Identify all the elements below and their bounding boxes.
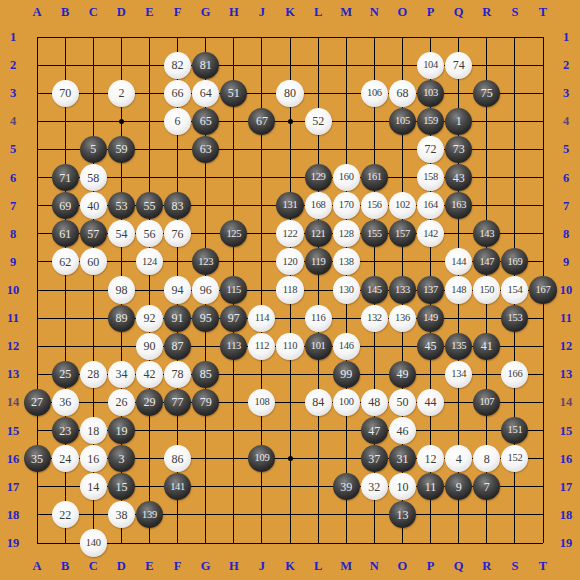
intersection-D16[interactable]: 3 bbox=[107, 445, 135, 473]
coord-bottom-B[interactable]: B bbox=[61, 559, 69, 574]
intersection-H6[interactable] bbox=[220, 164, 248, 192]
intersection-F15[interactable] bbox=[164, 417, 192, 445]
intersection-C9[interactable]: 60 bbox=[79, 248, 107, 276]
intersection-B3[interactable]: 70 bbox=[51, 79, 79, 107]
intersection-E16[interactable] bbox=[135, 445, 163, 473]
coord-left-1[interactable]: 1 bbox=[10, 30, 16, 45]
coord-right-1[interactable]: 1 bbox=[563, 30, 569, 45]
intersection-R1[interactable] bbox=[473, 23, 501, 51]
intersection-F4[interactable]: 6 bbox=[164, 107, 192, 135]
intersection-O7[interactable]: 102 bbox=[388, 192, 416, 220]
intersection-R6[interactable] bbox=[473, 164, 501, 192]
intersection-D12[interactable] bbox=[107, 332, 135, 360]
intersection-F10[interactable]: 94 bbox=[164, 276, 192, 304]
coord-left-6[interactable]: 6 bbox=[10, 170, 16, 185]
intersection-J14[interactable]: 108 bbox=[248, 388, 276, 416]
intersection-H18[interactable] bbox=[220, 501, 248, 529]
intersection-N6[interactable]: 161 bbox=[360, 164, 388, 192]
intersection-L6[interactable]: 129 bbox=[304, 164, 332, 192]
intersection-K3[interactable]: 80 bbox=[276, 79, 304, 107]
intersection-C16[interactable]: 16 bbox=[79, 445, 107, 473]
intersection-T15[interactable] bbox=[529, 417, 557, 445]
intersection-K16[interactable] bbox=[276, 445, 304, 473]
intersection-A6[interactable] bbox=[23, 164, 51, 192]
intersection-B2[interactable] bbox=[51, 51, 79, 79]
intersection-S9[interactable]: 169 bbox=[501, 248, 529, 276]
intersection-E15[interactable] bbox=[135, 417, 163, 445]
intersection-S2[interactable] bbox=[501, 51, 529, 79]
coord-top-L[interactable]: L bbox=[314, 5, 322, 20]
coord-right-16[interactable]: 16 bbox=[560, 451, 573, 466]
intersection-R17[interactable]: 7 bbox=[473, 473, 501, 501]
intersection-L18[interactable] bbox=[304, 501, 332, 529]
intersection-D10[interactable]: 98 bbox=[107, 276, 135, 304]
intersection-C17[interactable]: 14 bbox=[79, 473, 107, 501]
intersection-C6[interactable]: 58 bbox=[79, 164, 107, 192]
intersection-H9[interactable] bbox=[220, 248, 248, 276]
intersection-A18[interactable] bbox=[23, 501, 51, 529]
intersection-P4[interactable]: 159 bbox=[417, 107, 445, 135]
intersection-R10[interactable]: 150 bbox=[473, 276, 501, 304]
intersection-S3[interactable] bbox=[501, 79, 529, 107]
intersection-N10[interactable]: 145 bbox=[360, 276, 388, 304]
intersection-A9[interactable] bbox=[23, 248, 51, 276]
intersection-T8[interactable] bbox=[529, 220, 557, 248]
intersection-N2[interactable] bbox=[360, 51, 388, 79]
intersection-J8[interactable] bbox=[248, 220, 276, 248]
coord-left-15[interactable]: 15 bbox=[7, 423, 20, 438]
intersection-S14[interactable] bbox=[501, 388, 529, 416]
intersection-S13[interactable]: 166 bbox=[501, 360, 529, 388]
intersection-T18[interactable] bbox=[529, 501, 557, 529]
intersection-S17[interactable] bbox=[501, 473, 529, 501]
intersection-P1[interactable] bbox=[417, 23, 445, 51]
intersection-E11[interactable]: 92 bbox=[135, 304, 163, 332]
intersection-M19[interactable] bbox=[332, 529, 360, 557]
intersection-L16[interactable] bbox=[304, 445, 332, 473]
intersection-M12[interactable]: 146 bbox=[332, 332, 360, 360]
coord-right-5[interactable]: 5 bbox=[563, 142, 569, 157]
intersection-K9[interactable]: 120 bbox=[276, 248, 304, 276]
intersection-N19[interactable] bbox=[360, 529, 388, 557]
intersection-D14[interactable]: 26 bbox=[107, 388, 135, 416]
coord-top-M[interactable]: M bbox=[340, 5, 352, 20]
intersection-E5[interactable] bbox=[135, 135, 163, 163]
intersection-P7[interactable]: 164 bbox=[417, 192, 445, 220]
intersection-L7[interactable]: 168 bbox=[304, 192, 332, 220]
intersection-O4[interactable]: 105 bbox=[388, 107, 416, 135]
intersection-M11[interactable] bbox=[332, 304, 360, 332]
intersection-P6[interactable]: 158 bbox=[417, 164, 445, 192]
intersection-C15[interactable]: 18 bbox=[79, 417, 107, 445]
intersection-J2[interactable] bbox=[248, 51, 276, 79]
intersection-Q13[interactable]: 134 bbox=[445, 360, 473, 388]
coord-bottom-D[interactable]: D bbox=[117, 559, 126, 574]
intersection-F13[interactable]: 78 bbox=[164, 360, 192, 388]
intersection-L14[interactable]: 84 bbox=[304, 388, 332, 416]
intersection-J16[interactable]: 109 bbox=[248, 445, 276, 473]
intersection-O19[interactable] bbox=[388, 529, 416, 557]
intersection-P11[interactable]: 149 bbox=[417, 304, 445, 332]
intersection-J7[interactable] bbox=[248, 192, 276, 220]
intersection-A19[interactable] bbox=[23, 529, 51, 557]
intersection-K2[interactable] bbox=[276, 51, 304, 79]
intersection-G10[interactable]: 96 bbox=[192, 276, 220, 304]
intersection-T11[interactable] bbox=[529, 304, 557, 332]
intersection-B7[interactable]: 69 bbox=[51, 192, 79, 220]
intersection-Q11[interactable] bbox=[445, 304, 473, 332]
intersection-G14[interactable]: 79 bbox=[192, 388, 220, 416]
intersection-E3[interactable] bbox=[135, 79, 163, 107]
intersection-R7[interactable] bbox=[473, 192, 501, 220]
intersection-S1[interactable] bbox=[501, 23, 529, 51]
intersection-T5[interactable] bbox=[529, 135, 557, 163]
intersection-G1[interactable] bbox=[192, 23, 220, 51]
intersection-E19[interactable] bbox=[135, 529, 163, 557]
coord-bottom-S[interactable]: S bbox=[511, 559, 518, 574]
intersection-K14[interactable] bbox=[276, 388, 304, 416]
intersection-Q6[interactable]: 43 bbox=[445, 164, 473, 192]
intersection-F8[interactable]: 76 bbox=[164, 220, 192, 248]
intersection-Q4[interactable]: 1 bbox=[445, 107, 473, 135]
intersection-T12[interactable] bbox=[529, 332, 557, 360]
intersection-D1[interactable] bbox=[107, 23, 135, 51]
coord-right-12[interactable]: 12 bbox=[560, 339, 573, 354]
intersection-D7[interactable]: 53 bbox=[107, 192, 135, 220]
intersection-R13[interactable] bbox=[473, 360, 501, 388]
intersection-L2[interactable] bbox=[304, 51, 332, 79]
intersection-M14[interactable]: 100 bbox=[332, 388, 360, 416]
intersection-G19[interactable] bbox=[192, 529, 220, 557]
intersection-K6[interactable] bbox=[276, 164, 304, 192]
intersection-J11[interactable]: 114 bbox=[248, 304, 276, 332]
intersection-M10[interactable]: 130 bbox=[332, 276, 360, 304]
intersection-K10[interactable]: 118 bbox=[276, 276, 304, 304]
intersection-M16[interactable] bbox=[332, 445, 360, 473]
intersection-J10[interactable] bbox=[248, 276, 276, 304]
intersection-E1[interactable] bbox=[135, 23, 163, 51]
intersection-H15[interactable] bbox=[220, 417, 248, 445]
intersection-P18[interactable] bbox=[417, 501, 445, 529]
intersection-B19[interactable] bbox=[51, 529, 79, 557]
intersection-H17[interactable] bbox=[220, 473, 248, 501]
intersection-N11[interactable]: 132 bbox=[360, 304, 388, 332]
intersection-Q7[interactable]: 163 bbox=[445, 192, 473, 220]
intersection-E4[interactable] bbox=[135, 107, 163, 135]
intersection-D17[interactable]: 15 bbox=[107, 473, 135, 501]
intersection-G15[interactable] bbox=[192, 417, 220, 445]
intersection-D3[interactable]: 2 bbox=[107, 79, 135, 107]
intersection-P12[interactable]: 45 bbox=[417, 332, 445, 360]
intersection-H5[interactable] bbox=[220, 135, 248, 163]
intersection-T6[interactable] bbox=[529, 164, 557, 192]
intersection-L11[interactable]: 116 bbox=[304, 304, 332, 332]
intersection-S19[interactable] bbox=[501, 529, 529, 557]
coord-right-3[interactable]: 3 bbox=[563, 86, 569, 101]
intersection-H16[interactable] bbox=[220, 445, 248, 473]
intersection-L15[interactable] bbox=[304, 417, 332, 445]
coord-top-H[interactable]: H bbox=[229, 5, 239, 20]
coord-top-G[interactable]: G bbox=[201, 5, 211, 20]
coord-left-16[interactable]: 16 bbox=[7, 451, 20, 466]
intersection-N17[interactable]: 32 bbox=[360, 473, 388, 501]
coord-bottom-L[interactable]: L bbox=[314, 559, 322, 574]
intersection-Q16[interactable]: 4 bbox=[445, 445, 473, 473]
intersection-S7[interactable] bbox=[501, 192, 529, 220]
intersection-B15[interactable]: 23 bbox=[51, 417, 79, 445]
coord-bottom-H[interactable]: H bbox=[229, 559, 239, 574]
coord-left-10[interactable]: 10 bbox=[7, 283, 20, 298]
intersection-K8[interactable]: 122 bbox=[276, 220, 304, 248]
intersection-M15[interactable] bbox=[332, 417, 360, 445]
coord-top-K[interactable]: K bbox=[285, 5, 295, 20]
intersection-H14[interactable] bbox=[220, 388, 248, 416]
intersection-L1[interactable] bbox=[304, 23, 332, 51]
intersection-M2[interactable] bbox=[332, 51, 360, 79]
intersection-Q2[interactable]: 74 bbox=[445, 51, 473, 79]
intersection-F17[interactable]: 141 bbox=[164, 473, 192, 501]
intersection-L4[interactable]: 52 bbox=[304, 107, 332, 135]
coord-top-C[interactable]: C bbox=[89, 5, 98, 20]
coord-top-T[interactable]: T bbox=[539, 5, 547, 20]
intersection-O6[interactable] bbox=[388, 164, 416, 192]
intersection-P8[interactable]: 142 bbox=[417, 220, 445, 248]
coord-top-J[interactable]: J bbox=[259, 5, 265, 20]
intersection-D4[interactable] bbox=[107, 107, 135, 135]
intersection-A8[interactable] bbox=[23, 220, 51, 248]
intersection-L17[interactable] bbox=[304, 473, 332, 501]
intersection-R5[interactable] bbox=[473, 135, 501, 163]
coord-right-7[interactable]: 7 bbox=[563, 198, 569, 213]
intersection-N4[interactable] bbox=[360, 107, 388, 135]
intersection-H12[interactable]: 113 bbox=[220, 332, 248, 360]
intersection-M4[interactable] bbox=[332, 107, 360, 135]
intersection-D13[interactable]: 34 bbox=[107, 360, 135, 388]
intersection-M13[interactable]: 99 bbox=[332, 360, 360, 388]
intersection-H11[interactable]: 97 bbox=[220, 304, 248, 332]
intersection-M1[interactable] bbox=[332, 23, 360, 51]
coord-left-13[interactable]: 13 bbox=[7, 367, 20, 382]
intersection-J18[interactable] bbox=[248, 501, 276, 529]
coord-top-Q[interactable]: Q bbox=[454, 5, 464, 20]
intersection-N1[interactable] bbox=[360, 23, 388, 51]
coord-left-18[interactable]: 18 bbox=[7, 507, 20, 522]
coord-right-14[interactable]: 14 bbox=[560, 395, 573, 410]
intersection-J6[interactable] bbox=[248, 164, 276, 192]
intersection-R2[interactable] bbox=[473, 51, 501, 79]
intersection-A5[interactable] bbox=[23, 135, 51, 163]
intersection-K4[interactable] bbox=[276, 107, 304, 135]
intersection-Q18[interactable] bbox=[445, 501, 473, 529]
coord-left-11[interactable]: 11 bbox=[7, 311, 19, 326]
intersection-E6[interactable] bbox=[135, 164, 163, 192]
intersection-K17[interactable] bbox=[276, 473, 304, 501]
intersection-N14[interactable]: 48 bbox=[360, 388, 388, 416]
coord-bottom-R[interactable]: R bbox=[482, 559, 491, 574]
intersection-F3[interactable]: 66 bbox=[164, 79, 192, 107]
intersection-L10[interactable] bbox=[304, 276, 332, 304]
intersection-G5[interactable]: 63 bbox=[192, 135, 220, 163]
intersection-Q8[interactable] bbox=[445, 220, 473, 248]
intersection-R15[interactable] bbox=[473, 417, 501, 445]
intersection-O18[interactable]: 13 bbox=[388, 501, 416, 529]
intersection-L12[interactable]: 101 bbox=[304, 332, 332, 360]
intersection-L3[interactable] bbox=[304, 79, 332, 107]
coord-left-9[interactable]: 9 bbox=[10, 254, 16, 269]
coord-top-A[interactable]: A bbox=[33, 5, 42, 20]
intersection-T19[interactable] bbox=[529, 529, 557, 557]
intersection-B17[interactable] bbox=[51, 473, 79, 501]
intersection-C8[interactable]: 57 bbox=[79, 220, 107, 248]
coord-left-17[interactable]: 17 bbox=[7, 479, 20, 494]
intersection-E8[interactable]: 56 bbox=[135, 220, 163, 248]
intersection-O2[interactable] bbox=[388, 51, 416, 79]
intersection-H2[interactable] bbox=[220, 51, 248, 79]
intersection-E7[interactable]: 55 bbox=[135, 192, 163, 220]
intersection-C4[interactable] bbox=[79, 107, 107, 135]
coord-right-10[interactable]: 10 bbox=[560, 283, 573, 298]
intersection-E12[interactable]: 90 bbox=[135, 332, 163, 360]
intersection-G17[interactable] bbox=[192, 473, 220, 501]
intersection-K5[interactable] bbox=[276, 135, 304, 163]
intersection-L9[interactable]: 119 bbox=[304, 248, 332, 276]
intersection-S12[interactable] bbox=[501, 332, 529, 360]
intersection-T13[interactable] bbox=[529, 360, 557, 388]
coord-right-19[interactable]: 19 bbox=[560, 536, 573, 551]
intersection-A2[interactable] bbox=[23, 51, 51, 79]
intersection-Q15[interactable] bbox=[445, 417, 473, 445]
intersection-K12[interactable]: 110 bbox=[276, 332, 304, 360]
intersection-O11[interactable]: 136 bbox=[388, 304, 416, 332]
intersection-H7[interactable] bbox=[220, 192, 248, 220]
intersection-B16[interactable]: 24 bbox=[51, 445, 79, 473]
intersection-S18[interactable] bbox=[501, 501, 529, 529]
intersection-T4[interactable] bbox=[529, 107, 557, 135]
intersection-B1[interactable] bbox=[51, 23, 79, 51]
intersection-A4[interactable] bbox=[23, 107, 51, 135]
intersection-P9[interactable] bbox=[417, 248, 445, 276]
intersection-C19[interactable]: 140 bbox=[79, 529, 107, 557]
intersection-M8[interactable]: 128 bbox=[332, 220, 360, 248]
intersection-N12[interactable] bbox=[360, 332, 388, 360]
intersection-S5[interactable] bbox=[501, 135, 529, 163]
intersection-D9[interactable] bbox=[107, 248, 135, 276]
intersection-C3[interactable] bbox=[79, 79, 107, 107]
coord-top-F[interactable]: F bbox=[174, 5, 182, 20]
intersection-C2[interactable] bbox=[79, 51, 107, 79]
intersection-D2[interactable] bbox=[107, 51, 135, 79]
intersection-N13[interactable] bbox=[360, 360, 388, 388]
intersection-E9[interactable]: 124 bbox=[135, 248, 163, 276]
intersection-S6[interactable] bbox=[501, 164, 529, 192]
intersection-M17[interactable]: 39 bbox=[332, 473, 360, 501]
intersection-P5[interactable]: 72 bbox=[417, 135, 445, 163]
intersection-A1[interactable] bbox=[23, 23, 51, 51]
intersection-N5[interactable] bbox=[360, 135, 388, 163]
coord-left-3[interactable]: 3 bbox=[10, 86, 16, 101]
intersection-P13[interactable] bbox=[417, 360, 445, 388]
intersection-H1[interactable] bbox=[220, 23, 248, 51]
intersection-H3[interactable]: 51 bbox=[220, 79, 248, 107]
intersection-P16[interactable]: 12 bbox=[417, 445, 445, 473]
intersection-J13[interactable] bbox=[248, 360, 276, 388]
intersection-H4[interactable] bbox=[220, 107, 248, 135]
intersection-P2[interactable]: 104 bbox=[417, 51, 445, 79]
intersection-F12[interactable]: 87 bbox=[164, 332, 192, 360]
intersection-C13[interactable]: 28 bbox=[79, 360, 107, 388]
intersection-H10[interactable]: 115 bbox=[220, 276, 248, 304]
intersection-K13[interactable] bbox=[276, 360, 304, 388]
intersection-E2[interactable] bbox=[135, 51, 163, 79]
intersection-P15[interactable] bbox=[417, 417, 445, 445]
intersection-N18[interactable] bbox=[360, 501, 388, 529]
intersection-N3[interactable]: 106 bbox=[360, 79, 388, 107]
coord-left-5[interactable]: 5 bbox=[10, 142, 16, 157]
coord-top-E[interactable]: E bbox=[145, 5, 153, 20]
intersection-J3[interactable] bbox=[248, 79, 276, 107]
intersection-O17[interactable]: 10 bbox=[388, 473, 416, 501]
intersection-D19[interactable] bbox=[107, 529, 135, 557]
intersection-B10[interactable] bbox=[51, 276, 79, 304]
intersection-C11[interactable] bbox=[79, 304, 107, 332]
intersection-A10[interactable] bbox=[23, 276, 51, 304]
intersection-C18[interactable] bbox=[79, 501, 107, 529]
coord-left-7[interactable]: 7 bbox=[10, 198, 16, 213]
coord-right-2[interactable]: 2 bbox=[563, 58, 569, 73]
intersection-P3[interactable]: 103 bbox=[417, 79, 445, 107]
intersection-B6[interactable]: 71 bbox=[51, 164, 79, 192]
intersection-G13[interactable]: 85 bbox=[192, 360, 220, 388]
intersection-A7[interactable] bbox=[23, 192, 51, 220]
intersection-B12[interactable] bbox=[51, 332, 79, 360]
intersection-A15[interactable] bbox=[23, 417, 51, 445]
intersection-E18[interactable]: 139 bbox=[135, 501, 163, 529]
intersection-N9[interactable] bbox=[360, 248, 388, 276]
coord-bottom-O[interactable]: O bbox=[398, 559, 408, 574]
intersection-J12[interactable]: 112 bbox=[248, 332, 276, 360]
intersection-G16[interactable] bbox=[192, 445, 220, 473]
intersection-N15[interactable]: 47 bbox=[360, 417, 388, 445]
intersection-A17[interactable] bbox=[23, 473, 51, 501]
coord-right-17[interactable]: 17 bbox=[560, 479, 573, 494]
intersection-F5[interactable] bbox=[164, 135, 192, 163]
intersection-Q1[interactable] bbox=[445, 23, 473, 51]
intersection-L19[interactable] bbox=[304, 529, 332, 557]
intersection-D18[interactable]: 38 bbox=[107, 501, 135, 529]
coord-right-15[interactable]: 15 bbox=[560, 423, 573, 438]
intersection-T9[interactable] bbox=[529, 248, 557, 276]
intersection-K18[interactable] bbox=[276, 501, 304, 529]
intersection-Q9[interactable]: 144 bbox=[445, 248, 473, 276]
intersection-B9[interactable]: 62 bbox=[51, 248, 79, 276]
intersection-Q14[interactable] bbox=[445, 388, 473, 416]
intersection-T7[interactable] bbox=[529, 192, 557, 220]
intersection-M3[interactable] bbox=[332, 79, 360, 107]
intersection-A13[interactable] bbox=[23, 360, 51, 388]
intersection-D15[interactable]: 19 bbox=[107, 417, 135, 445]
coord-bottom-P[interactable]: P bbox=[427, 559, 435, 574]
intersection-C5[interactable]: 5 bbox=[79, 135, 107, 163]
intersection-F16[interactable]: 86 bbox=[164, 445, 192, 473]
coord-right-6[interactable]: 6 bbox=[563, 170, 569, 185]
coord-bottom-T[interactable]: T bbox=[539, 559, 547, 574]
coord-bottom-E[interactable]: E bbox=[145, 559, 153, 574]
intersection-B5[interactable] bbox=[51, 135, 79, 163]
coord-top-N[interactable]: N bbox=[370, 5, 379, 20]
coord-right-13[interactable]: 13 bbox=[560, 367, 573, 382]
intersection-R4[interactable] bbox=[473, 107, 501, 135]
intersection-M9[interactable]: 138 bbox=[332, 248, 360, 276]
